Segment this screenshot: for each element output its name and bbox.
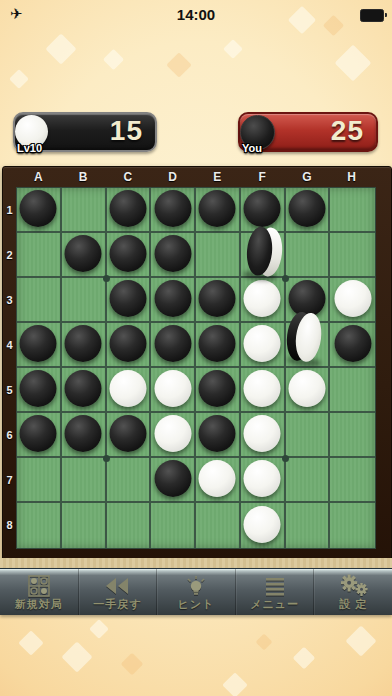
black-disc bbox=[20, 325, 57, 362]
diamond-decoration bbox=[89, 619, 109, 639]
cell-D4[interactable] bbox=[151, 323, 196, 368]
cell-E1[interactable] bbox=[196, 188, 241, 233]
black-player-score: 25 bbox=[331, 115, 364, 147]
diamond-decoration bbox=[103, 49, 124, 70]
cell-A5[interactable] bbox=[17, 368, 62, 413]
cell-H3[interactable] bbox=[330, 278, 375, 323]
new-game-board-icon bbox=[28, 574, 50, 598]
column-label-B: B bbox=[61, 167, 106, 187]
cell-F2[interactable] bbox=[241, 233, 286, 278]
cell-A8[interactable] bbox=[17, 503, 62, 548]
cell-E2[interactable] bbox=[196, 233, 241, 278]
row-label-4: 4 bbox=[3, 322, 16, 367]
cell-A2[interactable] bbox=[17, 233, 62, 278]
cell-C2[interactable] bbox=[107, 233, 152, 278]
black-disc bbox=[109, 325, 146, 362]
cell-C8[interactable] bbox=[107, 503, 152, 548]
undo-move-label: 一手戻す bbox=[93, 598, 141, 611]
black-disc bbox=[199, 190, 236, 227]
cell-G1[interactable] bbox=[286, 188, 331, 233]
board-star-dot bbox=[103, 455, 110, 462]
black-disc bbox=[65, 370, 102, 407]
cell-C4[interactable] bbox=[107, 323, 152, 368]
column-label-A: A bbox=[16, 167, 61, 187]
black-disc bbox=[20, 370, 57, 407]
row-label-6: 6 bbox=[3, 412, 16, 457]
cell-F4[interactable] bbox=[241, 323, 286, 368]
black-disc bbox=[154, 460, 191, 497]
bottom-toolbar: 新規対局 一手戻す ヒント bbox=[0, 568, 392, 615]
hint-button[interactable]: ヒント bbox=[156, 569, 235, 615]
cell-A4[interactable] bbox=[17, 323, 62, 368]
diamond-decoration bbox=[223, 39, 243, 59]
cell-F5[interactable] bbox=[241, 368, 286, 413]
cell-B1[interactable] bbox=[62, 188, 107, 233]
othello-app-screen: ✈ 14:00 Lv10 15 You 25 ABCDEFGH 12345678 bbox=[0, 0, 392, 696]
diamond-decoration bbox=[121, 653, 144, 676]
new-game-button[interactable]: 新規対局 bbox=[0, 569, 78, 615]
white-disc bbox=[334, 280, 371, 317]
cell-F6[interactable] bbox=[241, 413, 286, 458]
diamond-decoration bbox=[222, 672, 247, 696]
black-disc bbox=[334, 325, 371, 362]
settings-label: 設 定 bbox=[339, 598, 367, 611]
column-label-G: G bbox=[285, 167, 330, 187]
black-disc bbox=[154, 235, 191, 272]
cell-B2[interactable] bbox=[62, 233, 107, 278]
cell-H8[interactable] bbox=[330, 503, 375, 548]
black-player-name: You bbox=[242, 142, 262, 154]
cell-A6[interactable] bbox=[17, 413, 62, 458]
cell-D1[interactable] bbox=[151, 188, 196, 233]
row-label-8: 8 bbox=[3, 502, 16, 547]
board-row-labels: 12345678 bbox=[3, 187, 16, 547]
cell-H7[interactable] bbox=[330, 458, 375, 503]
white-disc bbox=[199, 460, 236, 497]
status-time: 14:00 bbox=[0, 6, 392, 23]
rewind-icon bbox=[104, 574, 130, 598]
black-disc bbox=[109, 190, 146, 227]
cell-C6[interactable] bbox=[107, 413, 152, 458]
row-label-1: 1 bbox=[3, 187, 16, 232]
row-label-5: 5 bbox=[3, 367, 16, 412]
diamond-decoration bbox=[166, 52, 191, 77]
flipping-disc-white bbox=[282, 309, 332, 366]
cell-H4[interactable] bbox=[330, 323, 375, 368]
cell-B3[interactable] bbox=[62, 278, 107, 323]
column-label-C: C bbox=[106, 167, 151, 187]
white-player-name: Lv10 bbox=[17, 142, 42, 154]
cell-G6[interactable] bbox=[286, 413, 331, 458]
cell-H2[interactable] bbox=[330, 233, 375, 278]
cell-C7[interactable] bbox=[107, 458, 152, 503]
white-player-panel: Lv10 15 bbox=[13, 112, 157, 152]
diamond-decoration bbox=[293, 647, 316, 670]
diamond-decoration bbox=[9, 69, 29, 89]
board-star-dot bbox=[282, 455, 289, 462]
black-disc bbox=[154, 325, 191, 362]
new-game-label: 新規対局 bbox=[15, 598, 63, 611]
cell-G2[interactable] bbox=[286, 233, 331, 278]
cell-D3[interactable] bbox=[151, 278, 196, 323]
menu-button[interactable]: メニュー bbox=[235, 569, 314, 615]
row-label-3: 3 bbox=[3, 277, 16, 322]
black-disc bbox=[244, 190, 281, 227]
cell-A7[interactable] bbox=[17, 458, 62, 503]
black-disc bbox=[288, 190, 325, 227]
black-disc bbox=[199, 370, 236, 407]
black-disc bbox=[20, 190, 57, 227]
lightbulb-icon bbox=[184, 574, 208, 598]
cell-C5[interactable] bbox=[107, 368, 152, 413]
cell-B6[interactable] bbox=[62, 413, 107, 458]
black-disc bbox=[109, 280, 146, 317]
column-label-F: F bbox=[240, 167, 285, 187]
black-player-panel: You 25 bbox=[238, 112, 378, 152]
white-disc bbox=[288, 370, 325, 407]
black-disc bbox=[65, 415, 102, 452]
black-disc bbox=[65, 325, 102, 362]
white-disc bbox=[244, 370, 281, 407]
othello-board: ABCDEFGH 12345678 bbox=[2, 166, 392, 564]
battery-icon bbox=[360, 9, 384, 22]
board-grid bbox=[16, 187, 376, 549]
board-star-dot bbox=[282, 275, 289, 282]
white-disc bbox=[244, 325, 281, 362]
menu-lines-icon bbox=[264, 574, 286, 598]
black-disc bbox=[20, 415, 57, 452]
menu-label: メニュー bbox=[250, 598, 299, 611]
cell-E6[interactable] bbox=[196, 413, 241, 458]
black-disc bbox=[199, 325, 236, 362]
white-disc bbox=[154, 415, 191, 452]
black-disc bbox=[109, 415, 146, 452]
settings-button[interactable]: 設 定 bbox=[313, 569, 392, 615]
cell-E8[interactable] bbox=[196, 503, 241, 548]
diamond-decoration bbox=[45, 33, 76, 64]
cell-E5[interactable] bbox=[196, 368, 241, 413]
black-disc bbox=[154, 190, 191, 227]
white-disc bbox=[244, 460, 281, 497]
flipping-disc-black bbox=[238, 224, 286, 280]
white-disc bbox=[109, 370, 146, 407]
cell-D6[interactable] bbox=[151, 413, 196, 458]
cell-H5[interactable] bbox=[330, 368, 375, 413]
cell-B7[interactable] bbox=[62, 458, 107, 503]
cell-G4[interactable] bbox=[286, 323, 331, 368]
cell-H1[interactable] bbox=[330, 188, 375, 233]
diamond-decoration bbox=[18, 630, 43, 655]
cell-G7[interactable] bbox=[286, 458, 331, 503]
cell-D5[interactable] bbox=[151, 368, 196, 413]
cell-C3[interactable] bbox=[107, 278, 152, 323]
cell-G5[interactable] bbox=[286, 368, 331, 413]
white-disc bbox=[244, 280, 281, 317]
board-star-dot bbox=[103, 275, 110, 282]
column-label-H: H bbox=[329, 167, 374, 187]
column-label-E: E bbox=[195, 167, 240, 187]
black-disc bbox=[65, 235, 102, 272]
cell-E3[interactable] bbox=[196, 278, 241, 323]
black-disc bbox=[199, 280, 236, 317]
cell-F3[interactable] bbox=[241, 278, 286, 323]
cell-B4[interactable] bbox=[62, 323, 107, 368]
white-player-score: 15 bbox=[110, 115, 143, 147]
cell-B8[interactable] bbox=[62, 503, 107, 548]
cell-D7[interactable] bbox=[151, 458, 196, 503]
black-disc bbox=[199, 415, 236, 452]
board-column-labels: ABCDEFGH bbox=[16, 167, 374, 187]
row-label-7: 7 bbox=[3, 457, 16, 502]
cell-B5[interactable] bbox=[62, 368, 107, 413]
status-bar: ✈ 14:00 bbox=[0, 0, 392, 30]
diamond-decoration bbox=[345, 625, 376, 656]
cell-D8[interactable] bbox=[151, 503, 196, 548]
hint-label: ヒント bbox=[178, 598, 215, 611]
black-disc bbox=[109, 235, 146, 272]
cell-D2[interactable] bbox=[151, 233, 196, 278]
cell-A3[interactable] bbox=[17, 278, 62, 323]
cell-F7[interactable] bbox=[241, 458, 286, 503]
diamond-decoration bbox=[335, 45, 372, 82]
diamond-decoration bbox=[61, 641, 92, 672]
undo-move-button[interactable]: 一手戻す bbox=[78, 569, 157, 615]
white-disc bbox=[154, 370, 191, 407]
cell-E7[interactable] bbox=[196, 458, 241, 503]
white-disc bbox=[244, 415, 281, 452]
cell-C1[interactable] bbox=[107, 188, 152, 233]
cell-A1[interactable] bbox=[17, 188, 62, 233]
row-label-2: 2 bbox=[3, 232, 16, 277]
cell-H6[interactable] bbox=[330, 413, 375, 458]
cell-F8[interactable] bbox=[241, 503, 286, 548]
black-disc bbox=[154, 280, 191, 317]
diamond-decoration bbox=[256, 634, 273, 651]
white-disc bbox=[244, 506, 281, 543]
gears-icon bbox=[338, 574, 368, 598]
cell-G8[interactable] bbox=[286, 503, 331, 548]
column-label-D: D bbox=[150, 167, 195, 187]
cell-E4[interactable] bbox=[196, 323, 241, 368]
